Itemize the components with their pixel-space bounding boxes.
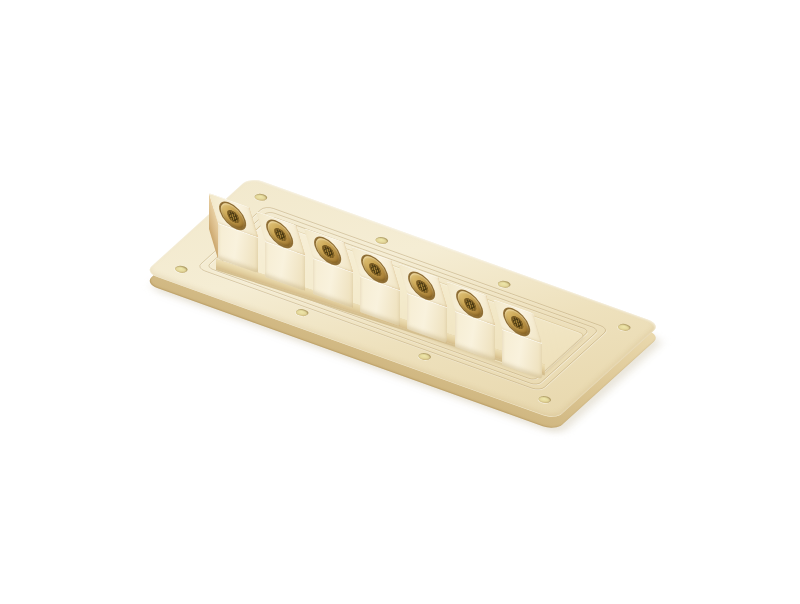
product-photo-scene — [0, 0, 800, 604]
terminal-block-row — [0, 0, 800, 604]
